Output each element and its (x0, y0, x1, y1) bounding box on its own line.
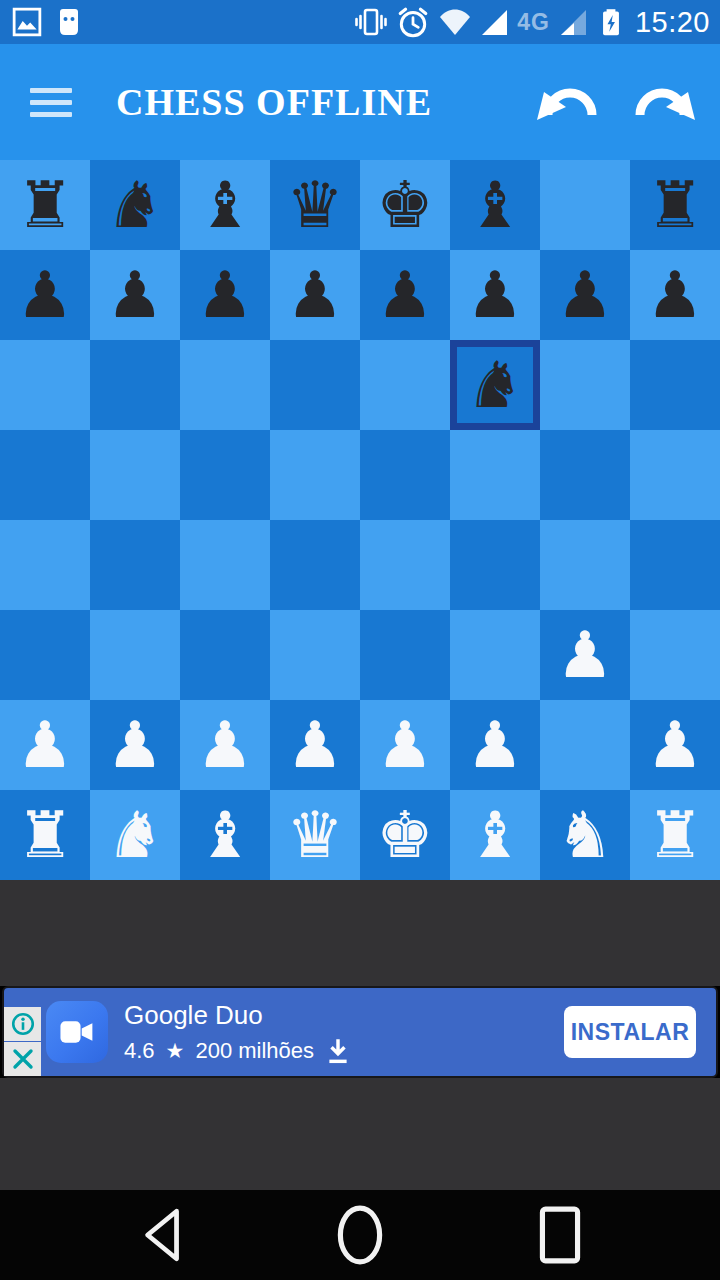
piece-black-pawn: ♟ (646, 250, 703, 340)
square-c8[interactable]: ♝ (180, 160, 270, 250)
square-e5[interactable] (360, 430, 450, 520)
wifi-icon (439, 8, 471, 36)
vibrate-icon (355, 6, 387, 38)
square-e8[interactable]: ♚ (360, 160, 450, 250)
square-c4[interactable] (180, 520, 270, 610)
status-bar-system-icons: 4G 15:20 (355, 5, 710, 39)
piece-white-rook: ♜ (646, 790, 703, 880)
chess-board: ♜♞♝♛♚♝♜♟♟♟♟♟♟♟♟♞♟♟♟♟♟♟♟♟♜♞♝♛♚♝♞♜ (0, 160, 720, 880)
back-button[interactable] (135, 1204, 185, 1266)
piece-white-rook: ♜ (16, 790, 73, 880)
menu-bar (30, 112, 72, 117)
home-icon (335, 1204, 385, 1266)
square-h7[interactable]: ♟ (630, 250, 720, 340)
ad-app-name: Google Duo (124, 1000, 564, 1031)
piece-black-pawn: ♟ (376, 250, 433, 340)
recents-icon (535, 1204, 585, 1266)
undo-icon (536, 75, 600, 127)
navigation-bar (0, 1190, 720, 1280)
piece-white-pawn: ♟ (556, 610, 613, 700)
square-h5[interactable] (630, 430, 720, 520)
square-b3[interactable] (90, 610, 180, 700)
redo-icon (632, 75, 696, 127)
download-icon (325, 1037, 351, 1065)
square-c1[interactable]: ♝ (180, 790, 270, 880)
piece-white-bishop: ♝ (466, 790, 523, 880)
square-c3[interactable] (180, 610, 270, 700)
piece-white-pawn: ♟ (16, 700, 73, 790)
square-d1[interactable]: ♛ (270, 790, 360, 880)
piece-black-bishop: ♝ (196, 160, 253, 250)
square-h1[interactable]: ♜ (630, 790, 720, 880)
square-h2[interactable]: ♟ (630, 700, 720, 790)
square-a7[interactable]: ♟ (0, 250, 90, 340)
square-b1[interactable]: ♞ (90, 790, 180, 880)
piece-white-pawn: ♟ (646, 700, 703, 790)
square-h3[interactable] (630, 610, 720, 700)
background-area-bottom (0, 1078, 720, 1190)
google-duo-app-icon (46, 1001, 108, 1063)
close-icon (11, 1047, 35, 1071)
square-e2[interactable]: ♟ (360, 700, 450, 790)
square-f8[interactable]: ♝ (450, 160, 540, 250)
piece-white-pawn: ♟ (106, 700, 163, 790)
square-f3[interactable] (450, 610, 540, 700)
piece-black-bishop: ♝ (466, 160, 523, 250)
square-f7[interactable]: ♟ (450, 250, 540, 340)
square-g8[interactable] (540, 160, 630, 250)
app-bar: CHESS OFFLINE (0, 44, 720, 160)
square-g7[interactable]: ♟ (540, 250, 630, 340)
square-b8[interactable]: ♞ (90, 160, 180, 250)
piece-white-bishop: ♝ (196, 790, 253, 880)
square-f4[interactable] (450, 520, 540, 610)
square-a8[interactable]: ♜ (0, 160, 90, 250)
square-d8[interactable]: ♛ (270, 160, 360, 250)
gallery-notification-icon (12, 7, 42, 37)
ad-text: Google Duo 4.6 ★ 200 milhões (124, 1000, 564, 1065)
square-a1[interactable]: ♜ (0, 790, 90, 880)
square-d7[interactable]: ♟ (270, 250, 360, 340)
piece-black-king: ♚ (376, 160, 433, 250)
star-icon: ★ (166, 1040, 185, 1062)
ad-close-button[interactable] (4, 1042, 41, 1076)
square-a4[interactable] (0, 520, 90, 610)
ad-installs: 200 milhões (195, 1038, 314, 1064)
square-e6[interactable] (360, 340, 450, 430)
piece-black-pawn: ♟ (196, 250, 253, 340)
piece-black-pawn: ♟ (466, 250, 523, 340)
piece-black-rook: ♜ (646, 160, 703, 250)
square-a3[interactable] (0, 610, 90, 700)
square-c5[interactable] (180, 430, 270, 520)
square-h4[interactable] (630, 520, 720, 610)
network-type-label: 4G (517, 9, 550, 36)
square-f2[interactable]: ♟ (450, 700, 540, 790)
square-e4[interactable] (360, 520, 450, 610)
ad-banner[interactable]: Google Duo 4.6 ★ 200 milhões INSTALAR (2, 986, 718, 1078)
square-f1[interactable]: ♝ (450, 790, 540, 880)
square-g1[interactable]: ♞ (540, 790, 630, 880)
square-f5[interactable] (450, 430, 540, 520)
piece-black-pawn: ♟ (16, 250, 73, 340)
piece-black-knight: ♞ (106, 160, 163, 250)
square-b7[interactable]: ♟ (90, 250, 180, 340)
square-b5[interactable] (90, 430, 180, 520)
square-h8[interactable]: ♜ (630, 160, 720, 250)
square-f6[interactable]: ♞ (450, 340, 540, 430)
battery-icon (596, 5, 626, 39)
ad-rating: 4.6 (124, 1038, 155, 1064)
android-notification-icon (54, 6, 84, 38)
square-c2[interactable]: ♟ (180, 700, 270, 790)
menu-button[interactable] (30, 80, 82, 124)
video-camera-icon (59, 1019, 95, 1045)
menu-bar (30, 100, 72, 105)
square-d2[interactable]: ♟ (270, 700, 360, 790)
piece-black-knight: ♞ (466, 340, 523, 430)
status-bar: 4G 15:20 (0, 0, 720, 44)
piece-white-queen: ♛ (286, 790, 343, 880)
home-button[interactable] (335, 1204, 385, 1266)
piece-white-knight: ♞ (106, 790, 163, 880)
square-g6[interactable] (540, 340, 630, 430)
square-b6[interactable] (90, 340, 180, 430)
square-g4[interactable] (540, 520, 630, 610)
piece-white-pawn: ♟ (286, 700, 343, 790)
status-bar-notifications (12, 6, 84, 38)
piece-white-pawn: ♟ (466, 700, 523, 790)
alarm-icon (396, 5, 430, 39)
square-g5[interactable] (540, 430, 630, 520)
ad-info-button[interactable] (4, 1007, 41, 1041)
undo-button[interactable] (536, 75, 600, 130)
recents-button[interactable] (535, 1204, 585, 1266)
ad-meta: 4.6 ★ 200 milhões (124, 1037, 564, 1065)
piece-black-pawn: ♟ (286, 250, 343, 340)
signal-secondary-icon (559, 8, 587, 36)
piece-black-rook: ♜ (16, 160, 73, 250)
square-g2[interactable] (540, 700, 630, 790)
ad-controls (4, 1007, 42, 1076)
square-a6[interactable] (0, 340, 90, 430)
square-a5[interactable] (0, 430, 90, 520)
square-h6[interactable] (630, 340, 720, 430)
app-title: CHESS OFFLINE (116, 80, 536, 124)
square-d3[interactable] (270, 610, 360, 700)
square-e7[interactable]: ♟ (360, 250, 450, 340)
piece-black-queen: ♛ (286, 160, 343, 250)
piece-white-knight: ♞ (556, 790, 613, 880)
piece-white-king: ♚ (376, 790, 433, 880)
square-d4[interactable] (270, 520, 360, 610)
square-d5[interactable] (270, 430, 360, 520)
square-d6[interactable] (270, 340, 360, 430)
signal-icon (480, 8, 508, 36)
clock-label: 15:20 (635, 6, 710, 39)
square-g3[interactable]: ♟ (540, 610, 630, 700)
screen: 4G 15:20 CHESS OFFLINE (0, 0, 720, 1280)
redo-button[interactable] (632, 75, 696, 130)
back-icon (135, 1204, 185, 1266)
piece-black-pawn: ♟ (556, 250, 613, 340)
piece-black-pawn: ♟ (106, 250, 163, 340)
info-icon (10, 1011, 36, 1037)
background-area-top (0, 880, 720, 986)
install-button[interactable]: INSTALAR (564, 1006, 696, 1058)
square-c6[interactable] (180, 340, 270, 430)
piece-white-pawn: ♟ (376, 700, 433, 790)
menu-bar (30, 88, 72, 93)
square-c7[interactable]: ♟ (180, 250, 270, 340)
square-b4[interactable] (90, 520, 180, 610)
square-a2[interactable]: ♟ (0, 700, 90, 790)
square-b2[interactable]: ♟ (90, 700, 180, 790)
square-e1[interactable]: ♚ (360, 790, 450, 880)
square-e3[interactable] (360, 610, 450, 700)
piece-white-pawn: ♟ (196, 700, 253, 790)
